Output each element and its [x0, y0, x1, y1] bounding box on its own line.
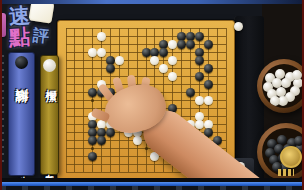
black-stone-icon [15, 56, 28, 69]
black-stone [195, 32, 204, 41]
white-stone [195, 96, 204, 105]
star-point [91, 147, 94, 150]
white-player-name: 柯潔 [42, 80, 57, 84]
black-stone [88, 152, 97, 161]
black-player-plate: 謝科 八段 [8, 52, 35, 176]
black-stone [159, 48, 168, 57]
channel-logo: 速 點 評 [0, 0, 62, 56]
black-stone [177, 40, 186, 49]
white-stone-on-tray-top [234, 22, 243, 31]
bowl-white-stone [270, 96, 280, 106]
black-stone [204, 64, 213, 73]
channel-watermark-badge [280, 146, 302, 168]
black-stone [88, 88, 97, 97]
white-stone [168, 56, 177, 65]
black-stone [204, 40, 213, 49]
star-point [145, 147, 148, 150]
right-red-edge [302, 0, 304, 190]
white-stone [204, 96, 213, 105]
black-stone [195, 72, 204, 81]
white-stone [195, 120, 204, 129]
black-stone [204, 80, 213, 89]
left-red-edge [0, 0, 2, 190]
white-stone [97, 48, 106, 57]
side-watermark [2, 55, 4, 165]
white-stone-icon [43, 59, 56, 72]
channel-watermark-text [278, 169, 294, 176]
black-stone [186, 88, 195, 97]
black-stone [97, 136, 106, 145]
video-frame: 速 點 評 謝科 八段 柯潔 九段 [0, 0, 304, 190]
white-stone-bowl-contents [262, 64, 304, 108]
white-stone [150, 56, 159, 65]
video-timeline-strip [0, 186, 304, 190]
logo-char-ping: 評 [32, 25, 50, 48]
black-player-rank: 八段 [14, 167, 29, 169]
bowl-white-stone [292, 70, 302, 80]
black-stone [88, 136, 97, 145]
white-stone [88, 48, 97, 57]
white-stone [97, 32, 106, 41]
white-stone [168, 72, 177, 81]
white-stone-bowl [257, 59, 304, 113]
black-stone [186, 40, 195, 49]
white-stone [168, 40, 177, 49]
white-player-plate: 柯潔 九段 [40, 55, 59, 175]
black-player-name: 謝科 [13, 77, 31, 81]
grid-line-v [226, 28, 227, 172]
white-player-rank: 九段 [43, 166, 57, 168]
logo-char-dian: 點 [8, 22, 30, 51]
black-stone [195, 56, 204, 65]
star-point [91, 99, 94, 102]
white-stone [159, 64, 168, 73]
black-stone [142, 48, 151, 57]
black-stone [106, 64, 115, 73]
top-blue-strip [0, 0, 304, 4]
white-stone [115, 56, 124, 65]
